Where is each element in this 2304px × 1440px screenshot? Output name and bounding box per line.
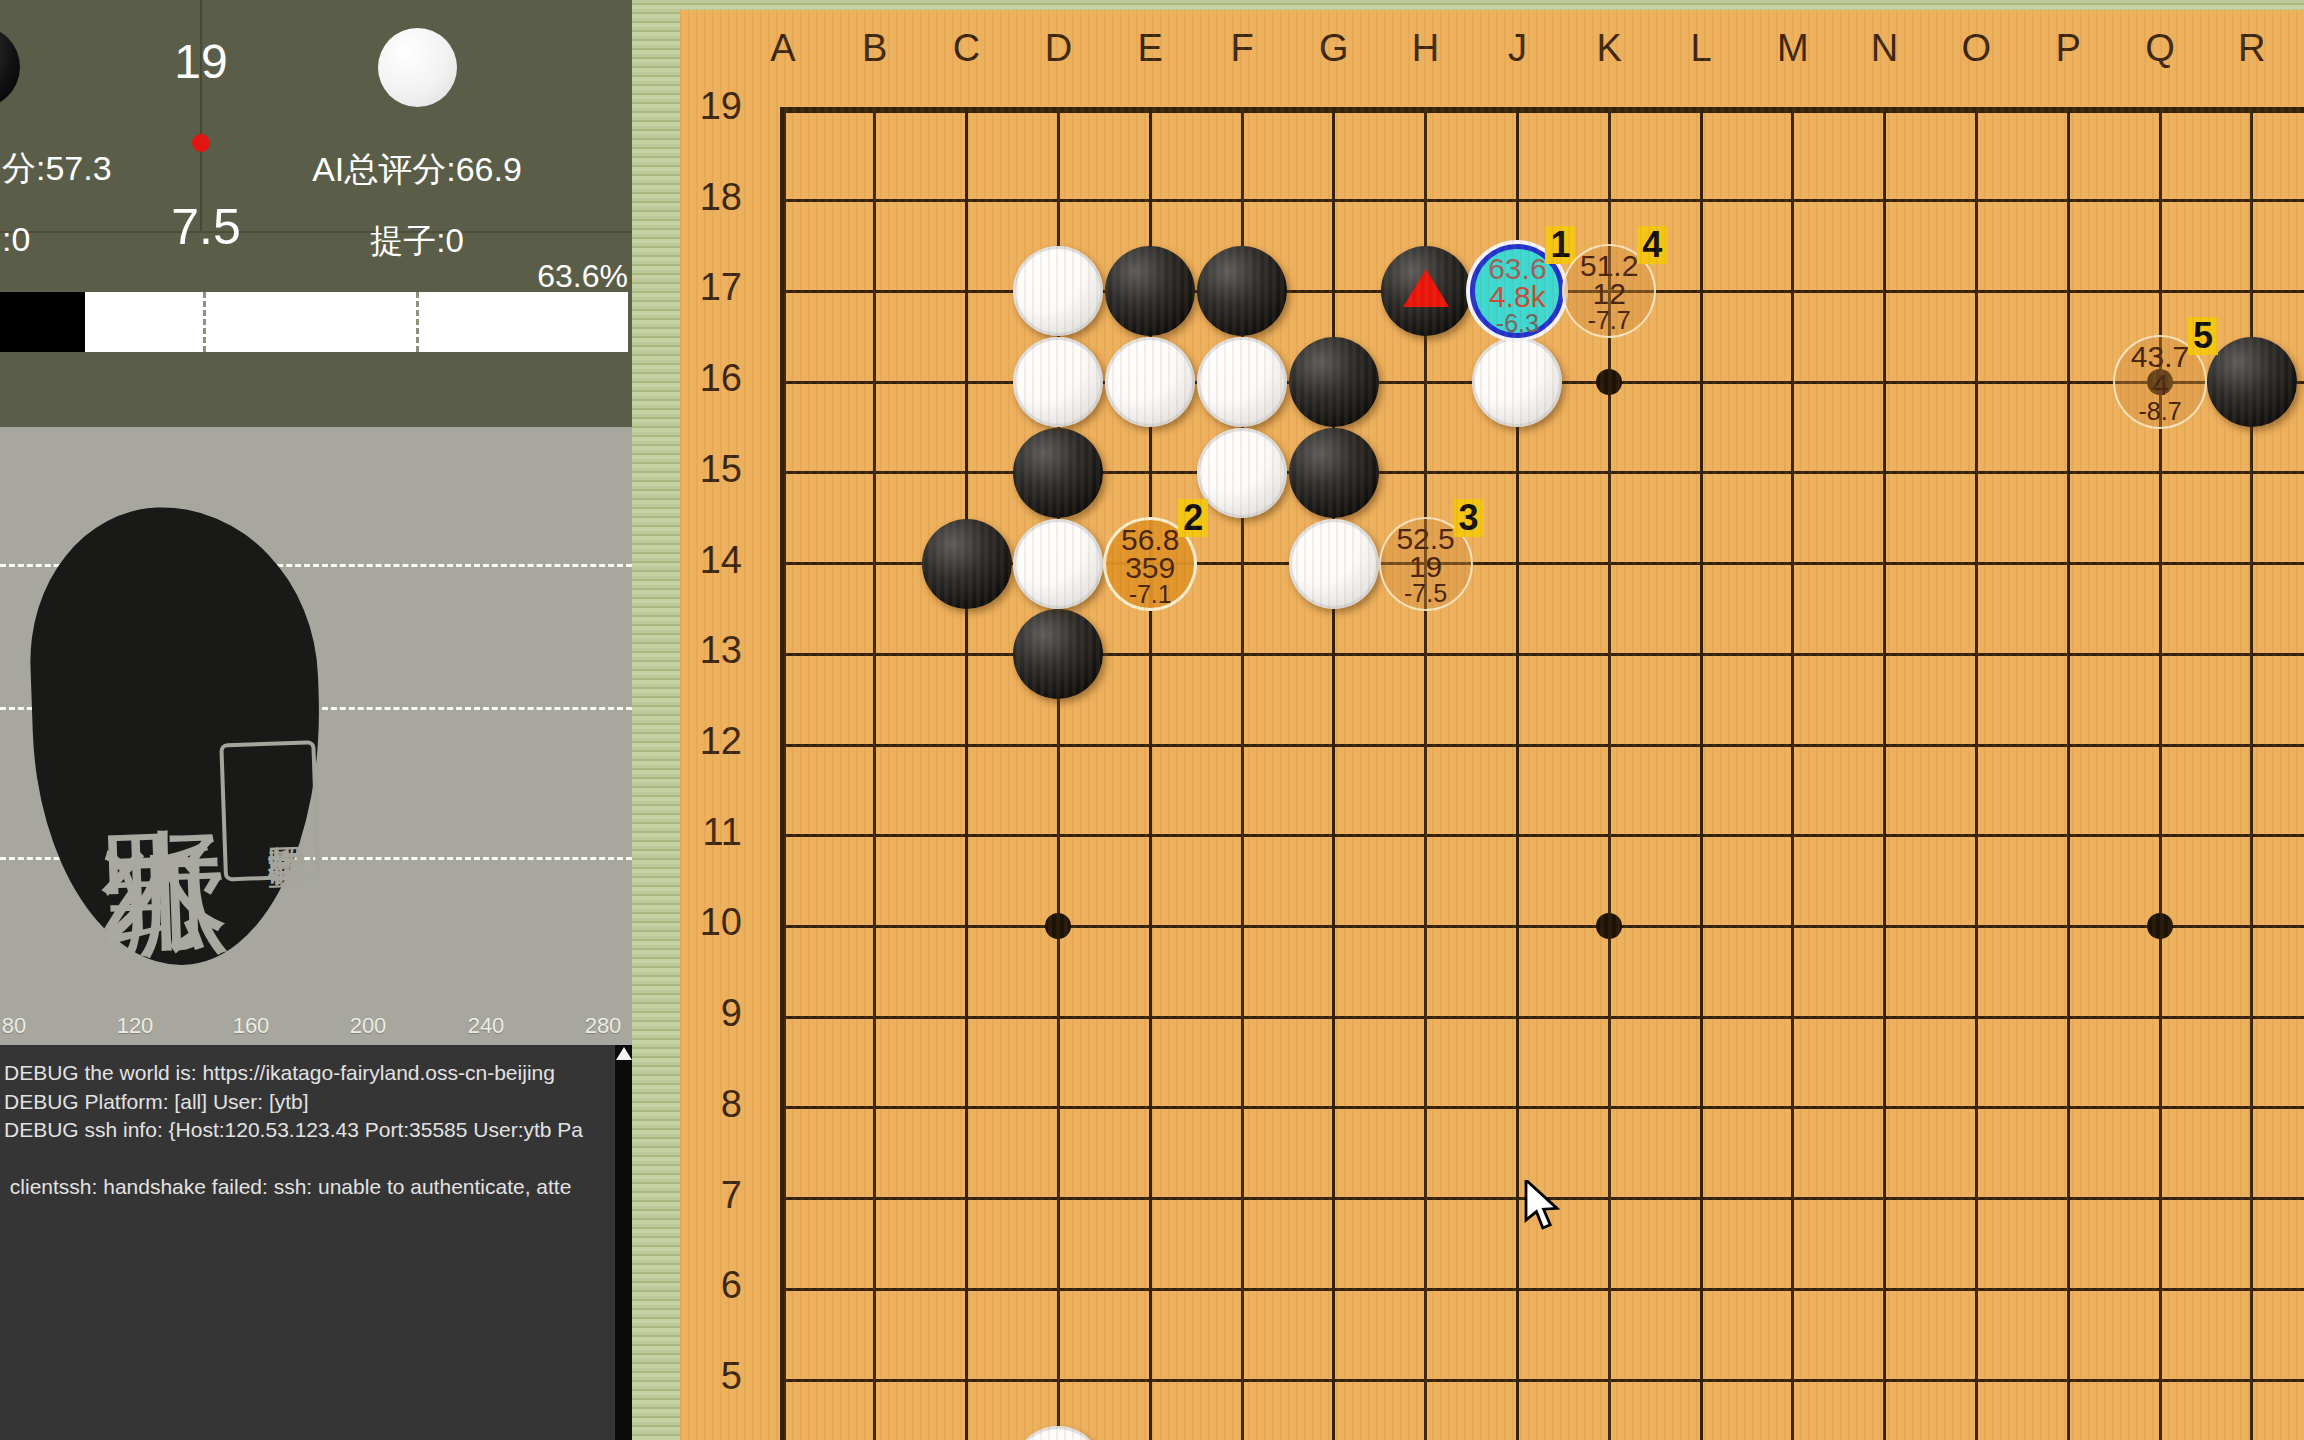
star-point <box>1045 913 1071 939</box>
coordinate-row-label: 9 <box>680 992 742 1035</box>
coordinate-column-label: R <box>2222 27 2282 70</box>
stone-white-F16 <box>1197 337 1287 427</box>
suggestion-l3: -7.1 <box>1106 582 1194 606</box>
move-number: 19 <box>141 34 261 89</box>
grid-line-horizontal <box>780 1016 2304 1019</box>
coordinate-column-label: Q <box>2130 27 2190 70</box>
stone-white-E16 <box>1105 337 1195 427</box>
grid-line-horizontal <box>780 744 2304 747</box>
grid-line-vertical <box>965 107 968 1440</box>
stone-black-G16 <box>1289 337 1379 427</box>
winrate-bar-tick <box>203 292 206 352</box>
star-point <box>2147 913 2173 939</box>
stone-white-D16 <box>1013 337 1103 427</box>
grid-line-vertical <box>1700 107 1703 1440</box>
star-point <box>1596 369 1622 395</box>
black-player-stone-icon <box>0 26 20 108</box>
coordinate-row-label: 6 <box>680 1264 742 1307</box>
stone-black-G15 <box>1289 428 1379 518</box>
game-info-section: 19 7.5 分:57.3 :0 AI总评分:66.9 提子:0 63.6% <box>0 0 632 427</box>
coordinate-row-label: 5 <box>680 1355 742 1398</box>
coordinate-row-label: 18 <box>680 176 742 219</box>
coordinate-column-label: C <box>937 27 997 70</box>
suggestion-l3: -6.3 <box>1475 311 1559 335</box>
coordinate-column-label: K <box>1579 27 1639 70</box>
grid-line-vertical <box>1791 107 1794 1440</box>
coordinate-row-label: 17 <box>680 266 742 309</box>
grid-line-vertical <box>1332 107 1335 1440</box>
star-point <box>1596 913 1622 939</box>
grid-line-vertical <box>873 107 876 1440</box>
coordinate-column-label: A <box>753 27 813 70</box>
stone-white-J16 <box>1472 337 1562 427</box>
axis-tick-label: 80 <box>0 1013 44 1039</box>
grid-line-vertical <box>2250 107 2253 1440</box>
school-stamp-logo: 木野狐 围棋教室 <box>25 502 328 970</box>
axis-tick-label: 280 <box>573 1013 633 1039</box>
logo-sub-text: 围棋教室 <box>219 740 320 881</box>
stone-white-G14 <box>1289 519 1379 609</box>
winrate-label: 63.6% <box>428 258 628 295</box>
coordinate-row-label: 13 <box>680 629 742 672</box>
coordinate-column-label: J <box>1487 27 1547 70</box>
stone-black-C14 <box>922 519 1012 609</box>
console-log-text: DEBUG the world is: https://ikatago-fair… <box>4 1059 614 1202</box>
stone-black-D15 <box>1013 428 1103 518</box>
logo-main-text: 木野狐 <box>54 519 239 955</box>
coordinate-column-label: O <box>1946 27 2006 70</box>
stone-black-F17 <box>1197 246 1287 336</box>
stone-black-H17 <box>1381 246 1471 336</box>
white-ai-score: AI总评分:66.9 <box>247 147 587 193</box>
coordinate-column-label: B <box>845 27 905 70</box>
graph-x-axis: 80120160200240280 <box>0 1013 632 1045</box>
suggestion-rank-badge: 4 <box>1637 226 1667 264</box>
stone-black-R16 <box>2207 337 2297 427</box>
grid-line-horizontal <box>780 653 2304 656</box>
stone-white-D4 <box>1013 1426 1103 1440</box>
console-scrollbar[interactable] <box>615 1045 632 1440</box>
coordinate-column-label: D <box>1028 27 1088 70</box>
coordinate-column-label: N <box>1855 27 1915 70</box>
grid-line-vertical <box>2067 107 2070 1440</box>
last-move-triangle-marker <box>1403 269 1449 307</box>
coordinate-row-label: 19 <box>680 85 742 128</box>
coordinate-column-label: P <box>2038 27 2098 70</box>
turn-indicator-dot <box>192 134 210 152</box>
suggestion-rank-badge: 2 <box>1178 499 1208 537</box>
axis-tick-label: 160 <box>221 1013 281 1039</box>
coordinate-row-label: 11 <box>680 811 742 854</box>
white-player-stone-icon <box>378 28 457 107</box>
coordinate-row-label: 12 <box>680 720 742 763</box>
grid-line-vertical <box>2159 107 2162 1440</box>
grid-line-horizontal <box>780 471 2304 474</box>
coordinate-row-label: 16 <box>680 357 742 400</box>
grid-line-horizontal <box>780 1379 2304 1382</box>
axis-tick-label: 120 <box>105 1013 165 1039</box>
coordinate-row-label: 7 <box>680 1174 742 1217</box>
stone-black-E17 <box>1105 246 1195 336</box>
suggestion-l3: -8.7 <box>2115 399 2205 423</box>
grid-line-horizontal <box>780 1197 2304 1200</box>
coordinate-row-label: 14 <box>680 539 742 582</box>
suggestion-rank-badge: 5 <box>2188 317 2218 355</box>
coordinate-column-label: H <box>1396 27 1456 70</box>
winrate-graph[interactable]: 木野狐 围棋教室 80120160200240280 <box>0 427 632 1045</box>
coordinate-column-label: M <box>1763 27 1823 70</box>
coordinate-column-label: G <box>1304 27 1364 70</box>
coordinate-column-label: E <box>1120 27 1180 70</box>
coordinate-column-label: F <box>1212 27 1272 70</box>
app-window: 19 7.5 分:57.3 :0 AI总评分:66.9 提子:0 63.6% 木… <box>0 0 2304 1440</box>
coordinate-row-label: 10 <box>680 901 742 944</box>
coordinate-column-label: L <box>1671 27 1731 70</box>
suggestion-l2: 359 <box>1106 554 1194 582</box>
stone-white-F15 <box>1197 428 1287 518</box>
suggestion-l2: 12 <box>1564 280 1654 308</box>
coordinate-row-label: 8 <box>680 1083 742 1126</box>
suggestion-l2: 4 <box>2115 371 2205 399</box>
suggestion-rank-badge: 3 <box>1454 499 1484 537</box>
stone-white-D17 <box>1013 246 1103 336</box>
stone-black-D13 <box>1013 609 1103 699</box>
info-panel: 19 7.5 分:57.3 :0 AI总评分:66.9 提子:0 63.6% 木… <box>0 0 632 1440</box>
grid-line-horizontal <box>780 199 2304 202</box>
black-ai-score: 分:57.3 <box>2 146 112 192</box>
winrate-bar-black-segment <box>0 292 85 352</box>
suggestion-l3: -7.7 <box>1564 308 1654 332</box>
grid-line-horizontal <box>780 1288 2304 1291</box>
grid-line-vertical <box>780 107 786 1440</box>
coordinate-row-label: 15 <box>680 448 742 491</box>
stone-white-D14 <box>1013 519 1103 609</box>
axis-tick-label: 200 <box>338 1013 398 1039</box>
grid-line-horizontal <box>780 925 2304 928</box>
suggestion-l2: 4.8k <box>1475 283 1559 311</box>
winrate-bar-tick <box>416 292 419 352</box>
grid-line-vertical <box>1975 107 1978 1440</box>
grid-line-vertical <box>1883 107 1886 1440</box>
suggestion-l3: -7.5 <box>1381 581 1471 605</box>
axis-tick-label: 240 <box>456 1013 516 1039</box>
grid-line-horizontal <box>780 107 2304 113</box>
winrate-bar <box>0 292 628 352</box>
grid-line-horizontal <box>780 1106 2304 1109</box>
grid-line-horizontal <box>780 834 2304 837</box>
go-board[interactable]: ABCDEFGHJKLMNOPQR19181716151413121110987… <box>680 10 2304 1440</box>
scroll-up-icon[interactable] <box>616 1047 632 1060</box>
black-captures: :0 <box>2 220 30 259</box>
suggestion-l2: 19 <box>1381 553 1471 581</box>
debug-console[interactable]: DEBUG the world is: https://ikatago-fair… <box>0 1045 632 1440</box>
